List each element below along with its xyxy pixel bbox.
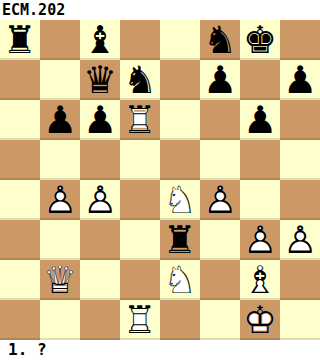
chess-board: ♜♝♞♚♛♞♟♟♟♟♜♖♟♟♙♟♙♞♘♟♙♜♟♙♟♙♛♕♞♘♝♗♜♖♚♔ [0,20,320,340]
puzzle-viewer-window: ECM.202 ♜♝♞♚♛♞♟♟♟♟♜♖♟♟♙♟♙♞♘♟♙♜♟♙♟♙♛♕♞♘♝♗… [0,0,320,360]
square-h7[interactable]: ♟ [280,60,320,100]
white-pawn[interactable]: ♟♙ [280,220,320,260]
white-rook[interactable]: ♜♖ [120,300,160,340]
square-f4[interactable]: ♟♙ [200,180,240,220]
black-knight[interactable]: ♞ [120,60,160,100]
square-d8[interactable] [120,20,160,60]
black-pawn-glyph: ♟ [280,60,320,100]
white-king-outline: ♔ [240,300,280,340]
square-h3[interactable]: ♟♙ [280,220,320,260]
black-knight-glyph: ♞ [120,60,160,100]
square-e1[interactable] [160,300,200,340]
square-c8[interactable]: ♝ [80,20,120,60]
white-pawn[interactable]: ♟♙ [240,220,280,260]
square-a7[interactable] [0,60,40,100]
square-b5[interactable] [40,140,80,180]
square-e2[interactable]: ♞♘ [160,260,200,300]
white-knight-outline: ♘ [160,180,200,220]
square-f1[interactable] [200,300,240,340]
black-pawn-glyph: ♟ [80,100,120,140]
square-b2[interactable]: ♛♕ [40,260,80,300]
square-c6[interactable]: ♟ [80,100,120,140]
move-prompt: 1. ? [0,340,47,360]
white-rook[interactable]: ♜♖ [120,100,160,140]
square-b1[interactable] [40,300,80,340]
black-king[interactable]: ♚ [240,20,280,60]
black-pawn[interactable]: ♟ [280,60,320,100]
square-a3[interactable] [0,220,40,260]
square-b7[interactable] [40,60,80,100]
black-pawn-glyph: ♟ [200,60,240,100]
square-f5[interactable] [200,140,240,180]
black-pawn[interactable]: ♟ [200,60,240,100]
white-pawn-outline: ♙ [240,220,280,260]
square-b4[interactable]: ♟♙ [40,180,80,220]
square-d4[interactable] [120,180,160,220]
square-b6[interactable]: ♟ [40,100,80,140]
square-d5[interactable] [120,140,160,180]
white-pawn[interactable]: ♟♙ [40,180,80,220]
square-g1[interactable]: ♚♔ [240,300,280,340]
square-d2[interactable] [120,260,160,300]
puzzle-title: ECM.202 [0,0,65,20]
white-king[interactable]: ♚♔ [240,300,280,340]
square-g4[interactable] [240,180,280,220]
square-e6[interactable] [160,100,200,140]
square-h4[interactable] [280,180,320,220]
white-rook-outline: ♖ [120,300,160,340]
square-g7[interactable] [240,60,280,100]
square-h6[interactable] [280,100,320,140]
white-knight-outline: ♘ [160,260,200,300]
square-d1[interactable]: ♜♖ [120,300,160,340]
white-bishop[interactable]: ♝♗ [240,260,280,300]
square-b8[interactable] [40,20,80,60]
white-pawn-outline: ♙ [40,180,80,220]
square-f3[interactable] [200,220,240,260]
black-knight[interactable]: ♞ [200,20,240,60]
white-knight[interactable]: ♞♘ [160,180,200,220]
square-c7[interactable]: ♛ [80,60,120,100]
square-e8[interactable] [160,20,200,60]
white-queen-outline: ♕ [40,260,80,300]
square-a2[interactable] [0,260,40,300]
black-queen[interactable]: ♛ [80,60,120,100]
square-h8[interactable] [280,20,320,60]
white-bishop-outline: ♗ [240,260,280,300]
square-c3[interactable] [80,220,120,260]
square-f6[interactable] [200,100,240,140]
square-g8[interactable]: ♚ [240,20,280,60]
black-bishop[interactable]: ♝ [80,20,120,60]
black-bishop-glyph: ♝ [80,20,120,60]
white-queen[interactable]: ♛♕ [40,260,80,300]
white-pawn-outline: ♙ [280,220,320,260]
square-a8[interactable]: ♜ [0,20,40,60]
square-c1[interactable] [80,300,120,340]
header-bar: ECM.202 [0,0,320,20]
black-pawn[interactable]: ♟ [40,100,80,140]
square-d7[interactable]: ♞ [120,60,160,100]
square-a5[interactable] [0,140,40,180]
white-pawn[interactable]: ♟♙ [200,180,240,220]
square-e3[interactable]: ♜ [160,220,200,260]
black-knight-glyph: ♞ [200,20,240,60]
white-knight[interactable]: ♞♘ [160,260,200,300]
square-a1[interactable] [0,300,40,340]
square-c2[interactable] [80,260,120,300]
black-pawn[interactable]: ♟ [80,100,120,140]
square-b3[interactable] [40,220,80,260]
square-h1[interactable] [280,300,320,340]
black-rook-glyph: ♜ [160,220,200,260]
square-d6[interactable]: ♜♖ [120,100,160,140]
square-h5[interactable] [280,140,320,180]
black-pawn-glyph: ♟ [240,100,280,140]
square-c4[interactable]: ♟♙ [80,180,120,220]
square-g6[interactable]: ♟ [240,100,280,140]
square-g2[interactable]: ♝♗ [240,260,280,300]
white-pawn[interactable]: ♟♙ [80,180,120,220]
square-e5[interactable] [160,140,200,180]
square-c5[interactable] [80,140,120,180]
square-a6[interactable] [0,100,40,140]
white-rook-outline: ♖ [120,100,160,140]
black-rook-glyph: ♜ [0,20,40,60]
square-e4[interactable]: ♞♘ [160,180,200,220]
black-rook[interactable]: ♜ [0,20,40,60]
black-queen-glyph: ♛ [80,60,120,100]
white-pawn-outline: ♙ [200,180,240,220]
square-d3[interactable] [120,220,160,260]
white-pawn-outline: ♙ [80,180,120,220]
square-h2[interactable] [280,260,320,300]
square-e7[interactable] [160,60,200,100]
black-pawn[interactable]: ♟ [240,100,280,140]
square-a4[interactable] [0,180,40,220]
square-f2[interactable] [200,260,240,300]
footer-bar: 1. ? [0,340,320,360]
square-f8[interactable]: ♞ [200,20,240,60]
square-f7[interactable]: ♟ [200,60,240,100]
square-g5[interactable] [240,140,280,180]
black-pawn-glyph: ♟ [40,100,80,140]
square-g3[interactable]: ♟♙ [240,220,280,260]
black-king-glyph: ♚ [240,20,280,60]
black-rook[interactable]: ♜ [160,220,200,260]
